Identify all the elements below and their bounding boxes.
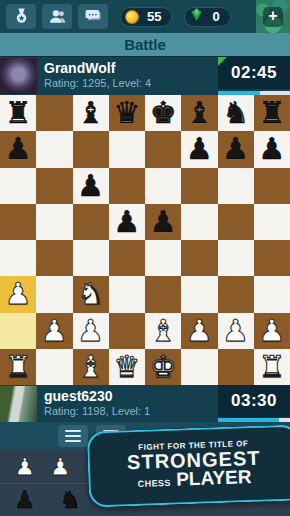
white-pawn: ♟ — [5, 276, 32, 312]
black-rook: ♜ — [5, 95, 32, 131]
square-g7[interactable]: ♟ — [218, 131, 254, 167]
chess-board: ♜♝♛♚♝♞♜♟♟♟♟♟♟♟♟♞♟♟♝♟♟♟♜♝♛♚♜ — [0, 95, 290, 385]
gems-amount: 0 — [212, 9, 219, 24]
square-f6[interactable] — [181, 168, 217, 204]
opponent-rating: Rating: 1295, Level: 4 — [44, 77, 151, 89]
opponent-bar: GrandWolf Rating: 1295, Level: 4 02:45 — [0, 57, 290, 95]
square-h8[interactable]: ♜ — [254, 95, 290, 131]
square-e6[interactable] — [145, 168, 181, 204]
black-king: ♚ — [150, 95, 177, 131]
gem-icon — [189, 7, 204, 26]
menu-button[interactable] — [58, 425, 88, 447]
captured-white-pawn: ♟ — [14, 452, 36, 482]
white-king: ♚ — [150, 349, 177, 385]
captured-white-pawn: ♟ — [50, 452, 72, 482]
square-f8[interactable]: ♝ — [181, 95, 217, 131]
shop-zone: + — [256, 0, 290, 33]
black-pawn: ♟ — [186, 131, 213, 167]
square-h1[interactable]: ♜ — [254, 349, 290, 385]
square-h4[interactable] — [254, 240, 290, 276]
square-e8[interactable]: ♚ — [145, 95, 181, 131]
player-avatar[interactable] — [0, 386, 37, 422]
player-rating: Rating: 1198, Level: 1 — [44, 405, 150, 417]
friends-icon — [48, 7, 67, 26]
white-pawn: ♟ — [258, 313, 285, 349]
coin-icon — [125, 10, 139, 24]
square-h6[interactable] — [254, 168, 290, 204]
captured-black-pawn: ♟ — [14, 485, 36, 515]
square-c6[interactable]: ♟ — [73, 168, 109, 204]
square-d3[interactable] — [109, 276, 145, 312]
promo-banner[interactable]: FIGHT FOR THE TITLE OF STRONGEST CHESS P… — [87, 424, 290, 507]
black-pawn: ♟ — [258, 131, 285, 167]
square-g6[interactable] — [218, 168, 254, 204]
square-f2[interactable]: ♟ — [181, 313, 217, 349]
square-a6[interactable] — [0, 168, 36, 204]
square-e1[interactable]: ♚ — [145, 349, 181, 385]
white-bishop: ♝ — [77, 349, 104, 385]
menu-icon — [65, 427, 81, 445]
coins-pill[interactable]: 55 — [120, 7, 172, 27]
square-g4[interactable] — [218, 240, 254, 276]
square-c2[interactable]: ♟ — [73, 313, 109, 349]
square-d4[interactable] — [109, 240, 145, 276]
square-a2[interactable] — [0, 313, 36, 349]
black-bishop: ♝ — [77, 95, 104, 131]
square-h2[interactable]: ♟ — [254, 313, 290, 349]
add-currency-button[interactable]: + — [263, 7, 283, 27]
opponent-avatar[interactable] — [0, 58, 37, 94]
white-pawn: ♟ — [222, 313, 249, 349]
square-h5[interactable] — [254, 204, 290, 240]
player-bar: guest6230 Rating: 1198, Level: 1 03:30 — [0, 385, 290, 422]
square-a7[interactable]: ♟ — [0, 131, 36, 167]
square-d8[interactable]: ♛ — [109, 95, 145, 131]
chat-icon — [84, 7, 103, 26]
square-e5[interactable]: ♟ — [145, 204, 181, 240]
square-g5[interactable] — [218, 204, 254, 240]
black-pawn: ♟ — [5, 131, 32, 167]
square-d7[interactable] — [109, 131, 145, 167]
top-bar: 55 0 + — [0, 0, 290, 33]
chat-button[interactable] — [78, 4, 108, 29]
square-a4[interactable] — [0, 240, 36, 276]
coins-amount: 55 — [147, 9, 161, 24]
square-g8[interactable]: ♞ — [218, 95, 254, 131]
square-a8[interactable]: ♜ — [0, 95, 36, 131]
square-b6[interactable] — [36, 168, 72, 204]
player-clock: 03:30 — [218, 385, 290, 417]
white-pawn: ♟ — [41, 313, 68, 349]
square-b7[interactable] — [36, 131, 72, 167]
black-knight: ♞ — [222, 95, 249, 131]
square-c8[interactable]: ♝ — [73, 95, 109, 131]
white-rook: ♜ — [5, 349, 32, 385]
square-b2[interactable]: ♟ — [36, 313, 72, 349]
square-e2[interactable]: ♝ — [145, 313, 181, 349]
gems-pill[interactable]: 0 — [184, 7, 230, 27]
white-knight: ♞ — [77, 276, 104, 312]
banner-line3: CHESS PLAYER — [137, 468, 252, 493]
square-f7[interactable]: ♟ — [181, 131, 217, 167]
square-g1[interactable] — [218, 349, 254, 385]
opponent-clock: 02:45 — [218, 57, 290, 89]
square-d2[interactable] — [109, 313, 145, 349]
medal-icon — [12, 7, 31, 26]
white-pawn: ♟ — [186, 313, 213, 349]
square-b4[interactable] — [36, 240, 72, 276]
white-queen: ♛ — [113, 349, 140, 385]
square-g2[interactable]: ♟ — [218, 313, 254, 349]
white-bishop: ♝ — [150, 313, 177, 349]
turn-flag-icon — [218, 57, 227, 66]
square-e4[interactable] — [145, 240, 181, 276]
battle-header: Battle — [0, 33, 290, 57]
square-f5[interactable] — [181, 204, 217, 240]
opponent-name: GrandWolf — [44, 60, 115, 76]
square-c1[interactable]: ♝ — [73, 349, 109, 385]
square-a5[interactable] — [0, 204, 36, 240]
square-b1[interactable] — [36, 349, 72, 385]
square-e3[interactable] — [145, 276, 181, 312]
square-g3[interactable] — [218, 276, 254, 312]
square-d6[interactable] — [109, 168, 145, 204]
white-rook: ♜ — [258, 349, 285, 385]
square-c5[interactable] — [73, 204, 109, 240]
square-f1[interactable] — [181, 349, 217, 385]
square-c4[interactable] — [73, 240, 109, 276]
black-queen: ♛ — [113, 95, 140, 131]
black-pawn: ♟ — [77, 168, 104, 204]
black-bishop: ♝ — [186, 95, 213, 131]
square-f4[interactable] — [181, 240, 217, 276]
friends-button[interactable] — [42, 4, 72, 29]
square-a1[interactable]: ♜ — [0, 349, 36, 385]
player-name: guest6230 — [44, 388, 112, 404]
square-c3[interactable]: ♞ — [73, 276, 109, 312]
square-h3[interactable] — [254, 276, 290, 312]
square-h7[interactable]: ♟ — [254, 131, 290, 167]
square-b3[interactable] — [36, 276, 72, 312]
page-title: Battle — [124, 36, 166, 53]
square-d1[interactable]: ♛ — [109, 349, 145, 385]
black-pawn: ♟ — [222, 131, 249, 167]
square-f3[interactable] — [181, 276, 217, 312]
square-d5[interactable]: ♟ — [109, 204, 145, 240]
square-a3[interactable]: ♟ — [0, 276, 36, 312]
rank-button[interactable] — [6, 4, 36, 29]
app-screen: 55 0 + Battle GrandWolf Rating: 1295, Le… — [0, 0, 290, 516]
white-pawn: ♟ — [77, 313, 104, 349]
square-e7[interactable] — [145, 131, 181, 167]
black-pawn: ♟ — [150, 204, 177, 240]
square-b5[interactable] — [36, 204, 72, 240]
square-b8[interactable] — [36, 95, 72, 131]
black-pawn: ♟ — [113, 204, 140, 240]
square-c7[interactable] — [73, 131, 109, 167]
captured-black-knight: ♞ — [60, 485, 82, 515]
black-rook: ♜ — [258, 95, 285, 131]
